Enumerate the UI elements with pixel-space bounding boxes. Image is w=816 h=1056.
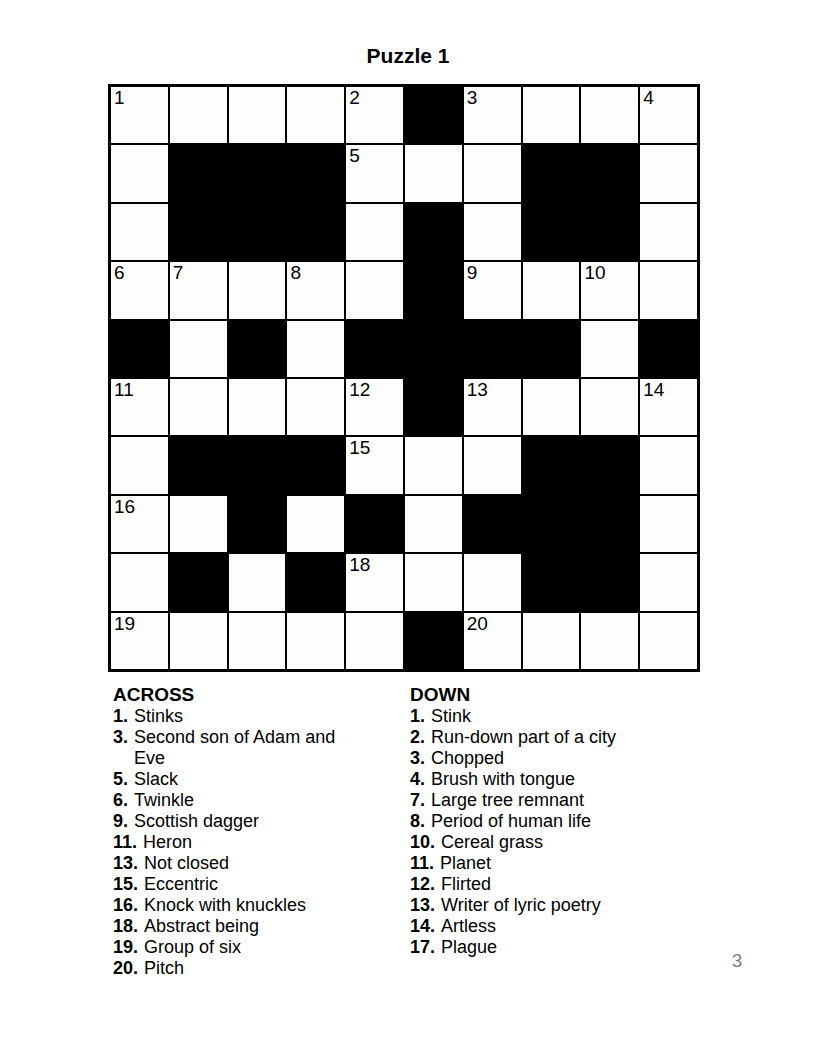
page-title: Puzzle 1 [0, 44, 816, 68]
black-cell [228, 144, 287, 202]
white-cell[interactable] [110, 203, 169, 261]
clue-item: 13.Not closed [113, 853, 353, 874]
clue-number: 14. [410, 916, 435, 937]
clue-item: 5.Slack [113, 769, 353, 790]
clue-text: Not closed [144, 853, 353, 874]
black-cell [404, 86, 463, 144]
white-cell[interactable] [639, 612, 698, 670]
clue-number: 11. [410, 853, 434, 874]
black-cell [345, 320, 404, 378]
clue-text: Heron [143, 832, 353, 853]
white-cell[interactable] [228, 261, 287, 319]
clue-text: Planet [440, 853, 710, 874]
clue-item: 19.Group of six [113, 937, 353, 958]
down-header: DOWN [410, 684, 710, 706]
cell-number: 2 [349, 88, 360, 108]
clue-item: 9.Scottish dagger [113, 811, 353, 832]
white-cell[interactable] [639, 261, 698, 319]
clue-number: 3. [113, 727, 128, 769]
white-cell[interactable] [286, 378, 345, 436]
clue-item: 2.Run-down part of a city [410, 727, 710, 748]
clue-item: 14.Artless [410, 916, 710, 937]
white-cell[interactable] [639, 203, 698, 261]
black-cell [228, 436, 287, 494]
clue-number: 7. [410, 790, 425, 811]
black-cell [522, 436, 581, 494]
across-clues-section: ACROSS 1.Stinks3.Second son of Adam and … [113, 684, 353, 979]
clue-item: 3.Chopped [410, 748, 710, 769]
white-cell[interactable] [580, 320, 639, 378]
clue-number: 2. [410, 727, 425, 748]
clue-text: Run-down part of a city [431, 727, 710, 748]
white-cell[interactable]: 13 [463, 378, 522, 436]
cell-number: 18 [349, 555, 370, 575]
white-cell[interactable] [404, 436, 463, 494]
white-cell[interactable] [404, 553, 463, 611]
black-cell [169, 203, 228, 261]
white-cell[interactable] [169, 378, 228, 436]
across-header: ACROSS [113, 684, 353, 706]
clue-text: Abstract being [144, 916, 353, 937]
black-cell [580, 144, 639, 202]
white-cell[interactable] [345, 261, 404, 319]
white-cell[interactable] [228, 612, 287, 670]
clue-number: 12. [410, 874, 435, 895]
clue-item: 18.Abstract being [113, 916, 353, 937]
clue-text: Cereal grass [441, 832, 710, 853]
clue-text: Pitch [144, 958, 353, 979]
white-cell[interactable] [345, 612, 404, 670]
clue-item: 17.Plague [410, 937, 710, 958]
clue-text: Second son of Adam and Eve [134, 727, 353, 769]
black-cell [169, 144, 228, 202]
white-cell[interactable] [228, 553, 287, 611]
clue-number: 16. [113, 895, 138, 916]
white-cell[interactable] [404, 495, 463, 553]
white-cell[interactable]: 6 [110, 261, 169, 319]
white-cell[interactable]: 8 [286, 261, 345, 319]
white-cell[interactable] [580, 86, 639, 144]
black-cell [286, 553, 345, 611]
black-cell [580, 495, 639, 553]
clue-text: Chopped [431, 748, 710, 769]
white-cell[interactable]: 15 [345, 436, 404, 494]
black-cell [404, 378, 463, 436]
white-cell[interactable] [110, 144, 169, 202]
clue-number: 13. [410, 895, 435, 916]
black-cell [522, 495, 581, 553]
white-cell[interactable] [404, 144, 463, 202]
clue-item: 7.Large tree remnant [410, 790, 710, 811]
white-cell[interactable] [286, 86, 345, 144]
cell-number: 14 [643, 380, 664, 400]
clue-item: 16.Knock with knuckles [113, 895, 353, 916]
white-cell[interactable] [286, 320, 345, 378]
white-cell[interactable] [228, 378, 287, 436]
clue-text: Twinkle [134, 790, 353, 811]
white-cell[interactable] [286, 612, 345, 670]
clue-text: Writer of lyric poetry [441, 895, 710, 916]
black-cell [404, 612, 463, 670]
black-cell [404, 261, 463, 319]
clue-number: 18. [113, 916, 138, 937]
cell-number: 20 [467, 614, 488, 634]
white-cell[interactable] [169, 612, 228, 670]
white-cell[interactable] [639, 495, 698, 553]
black-cell [286, 203, 345, 261]
white-cell[interactable] [580, 378, 639, 436]
clue-item: 11.Planet [410, 853, 710, 874]
clue-number: 8. [410, 811, 425, 832]
black-cell [463, 495, 522, 553]
white-cell[interactable] [522, 612, 581, 670]
cell-number: 10 [584, 263, 605, 283]
black-cell [522, 553, 581, 611]
down-clue-list: 1.Stink2.Run-down part of a city3.Choppe… [410, 706, 710, 958]
white-cell[interactable] [522, 378, 581, 436]
black-cell [169, 553, 228, 611]
clue-text: Group of six [144, 937, 353, 958]
clue-number: 4. [410, 769, 425, 790]
clue-item: 15.Eccentric [113, 874, 353, 895]
cell-number: 5 [349, 146, 360, 166]
clue-text: Brush with tongue [431, 769, 710, 790]
white-cell[interactable]: 7 [169, 261, 228, 319]
clue-text: Artless [441, 916, 710, 937]
black-cell [345, 495, 404, 553]
white-cell[interactable] [169, 86, 228, 144]
cell-number: 17 [232, 497, 253, 517]
white-cell[interactable] [522, 261, 581, 319]
clue-item: 1.Stink [410, 706, 710, 727]
white-cell[interactable] [169, 320, 228, 378]
black-cell [580, 203, 639, 261]
clue-text: Stink [431, 706, 710, 727]
clue-text: Flirted [441, 874, 710, 895]
clue-number: 10. [410, 832, 435, 853]
cell-number: 19 [114, 614, 135, 634]
black-cell [110, 320, 169, 378]
black-cell [404, 203, 463, 261]
cell-number: 1 [114, 88, 125, 108]
clue-number: 9. [113, 811, 128, 832]
black-cell [228, 203, 287, 261]
white-cell[interactable] [522, 86, 581, 144]
clue-number: 19. [113, 937, 138, 958]
white-cell[interactable]: 19 [110, 612, 169, 670]
page-number: 3 [722, 950, 752, 972]
white-cell[interactable] [169, 495, 228, 553]
white-cell[interactable] [463, 553, 522, 611]
clue-number: 20. [113, 958, 138, 979]
white-cell[interactable]: 14 [639, 378, 698, 436]
white-cell[interactable] [580, 612, 639, 670]
white-cell[interactable] [639, 553, 698, 611]
white-cell[interactable] [286, 495, 345, 553]
black-cell [463, 320, 522, 378]
white-cell[interactable]: 18 [345, 553, 404, 611]
clue-item: 8.Period of human life [410, 811, 710, 832]
black-cell [580, 436, 639, 494]
cell-number: 11 [114, 380, 134, 400]
clue-number: 3. [410, 748, 425, 769]
white-cell[interactable]: 12 [345, 378, 404, 436]
white-cell[interactable] [345, 203, 404, 261]
clue-text: Slack [134, 769, 353, 790]
clue-number: 15. [113, 874, 138, 895]
clue-item: 13.Writer of lyric poetry [410, 895, 710, 916]
clue-text: Knock with knuckles [144, 895, 353, 916]
clue-item: 10.Cereal grass [410, 832, 710, 853]
black-cell [286, 144, 345, 202]
black-cell [228, 320, 287, 378]
white-cell[interactable] [463, 436, 522, 494]
cell-number: 8 [290, 263, 301, 283]
clue-item: 4.Brush with tongue [410, 769, 710, 790]
cell-number: 4 [643, 88, 654, 108]
white-cell[interactable]: 1 [110, 86, 169, 144]
cell-number: 15 [349, 438, 370, 458]
cell-number: 9 [467, 263, 478, 283]
black-cell [522, 203, 581, 261]
clue-text: Eccentric [144, 874, 353, 895]
white-cell[interactable]: 2 [345, 86, 404, 144]
white-cell[interactable]: 10 [580, 261, 639, 319]
cell-number: 13 [467, 380, 488, 400]
clue-item: 3.Second son of Adam and Eve [113, 727, 353, 769]
cell-number: 12 [349, 380, 370, 400]
clue-text: Plague [441, 937, 710, 958]
white-cell[interactable]: 16 [110, 495, 169, 553]
clue-item: 6.Twinkle [113, 790, 353, 811]
down-clues-section: DOWN 1.Stink2.Run-down part of a city3.C… [410, 684, 710, 958]
black-cell [522, 320, 581, 378]
white-cell[interactable]: 11 [110, 378, 169, 436]
white-cell[interactable] [639, 144, 698, 202]
clue-text: Stinks [134, 706, 353, 727]
black-cell [522, 144, 581, 202]
white-cell[interactable] [110, 436, 169, 494]
clue-number: 17. [410, 937, 435, 958]
clue-number: 11. [113, 832, 137, 853]
crossword-grid: 1234567891011121314151617181920 [108, 84, 700, 672]
clue-text: Large tree remnant [431, 790, 710, 811]
clue-number: 13. [113, 853, 138, 874]
cell-number: 3 [467, 88, 478, 108]
white-cell[interactable]: 5 [345, 144, 404, 202]
white-cell[interactable]: 20 [463, 612, 522, 670]
black-cell [286, 436, 345, 494]
clue-number: 5. [113, 769, 128, 790]
black-cell [580, 553, 639, 611]
clue-number: 1. [113, 706, 128, 727]
black-cell [639, 320, 698, 378]
across-clue-list: 1.Stinks3.Second son of Adam and Eve5.Sl… [113, 706, 353, 979]
white-cell[interactable]: 3 [463, 86, 522, 144]
white-cell[interactable]: 9 [463, 261, 522, 319]
clue-item: 20.Pitch [113, 958, 353, 979]
white-cell[interactable] [228, 86, 287, 144]
black-cell [404, 320, 463, 378]
clue-item: 1.Stinks [113, 706, 353, 727]
white-cell[interactable] [463, 144, 522, 202]
white-cell[interactable]: 4 [639, 86, 698, 144]
white-cell[interactable] [110, 553, 169, 611]
white-cell[interactable] [463, 203, 522, 261]
clue-item: 11.Heron [113, 832, 353, 853]
black-cell: 17 [228, 495, 287, 553]
cell-number: 6 [114, 263, 125, 283]
clue-text: Scottish dagger [134, 811, 353, 832]
clue-text: Period of human life [431, 811, 710, 832]
clue-item: 12.Flirted [410, 874, 710, 895]
white-cell[interactable] [639, 436, 698, 494]
clue-number: 1. [410, 706, 425, 727]
clue-number: 6. [113, 790, 128, 811]
black-cell [169, 436, 228, 494]
cell-number: 7 [173, 263, 184, 283]
cell-number: 16 [114, 497, 135, 517]
